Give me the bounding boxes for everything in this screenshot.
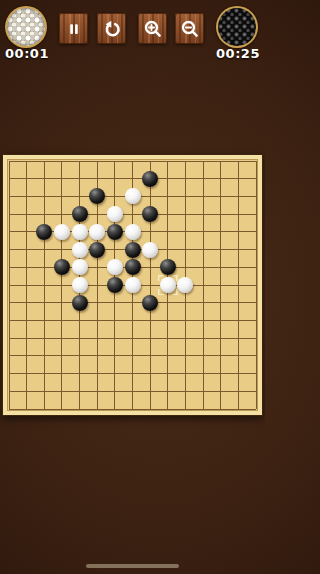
- grid-line-horizontal: [9, 391, 256, 392]
- stone-white: [142, 242, 158, 258]
- zoom-out-icon: [180, 19, 200, 39]
- stone-white: [72, 259, 88, 275]
- grid-line-vertical: [150, 161, 151, 409]
- stone-white: [125, 277, 141, 293]
- stone-white: [89, 224, 105, 240]
- stone-black: [89, 188, 105, 204]
- pause-button[interactable]: [59, 13, 88, 44]
- stone-white: [72, 277, 88, 293]
- stone-black: [142, 206, 158, 222]
- stone-black: [125, 242, 141, 258]
- undo-icon: [102, 19, 122, 39]
- stone-black: [72, 295, 88, 311]
- stone-white: [107, 259, 123, 275]
- home-indicator[interactable]: [86, 564, 179, 568]
- gomoku-board[interactable]: [2, 154, 263, 416]
- zoom-out-button[interactable]: [175, 13, 204, 44]
- grid-line-horizontal: [9, 355, 256, 356]
- zoom-in-button[interactable]: [138, 13, 167, 44]
- board-grid: [9, 161, 256, 409]
- stone-white: [54, 224, 70, 240]
- pause-icon: [65, 20, 83, 38]
- stone-black: [160, 259, 176, 275]
- grid-line-horizontal: [9, 302, 256, 303]
- stone-white: [125, 224, 141, 240]
- stone-white: [177, 277, 193, 293]
- stone-white: [72, 224, 88, 240]
- undo-button[interactable]: [97, 13, 126, 44]
- stone-black: [142, 171, 158, 187]
- stone-black: [54, 259, 70, 275]
- white-player-timer: 00:01: [0, 46, 54, 61]
- black-player-avatar: [218, 8, 256, 46]
- grid-line-horizontal: [9, 409, 256, 410]
- grid-line-horizontal: [9, 320, 256, 321]
- stone-white: [72, 242, 88, 258]
- stone-black: [72, 206, 88, 222]
- black-player-timer: 00:25: [211, 46, 265, 61]
- stone-black: [142, 295, 158, 311]
- white-player-avatar: [7, 8, 45, 46]
- stone-black: [36, 224, 52, 240]
- stone-black: [89, 242, 105, 258]
- stone-black: [107, 277, 123, 293]
- grid-line-vertical: [238, 161, 239, 409]
- grid-line-horizontal: [9, 373, 256, 374]
- grid-line-horizontal: [9, 338, 256, 339]
- zoom-in-icon: [143, 19, 163, 39]
- stone-white: [160, 277, 176, 293]
- grid-line-vertical: [220, 161, 221, 409]
- grid-line-vertical: [203, 161, 204, 409]
- stone-black: [107, 224, 123, 240]
- stone-white: [125, 188, 141, 204]
- stone-white: [107, 206, 123, 222]
- stone-black: [125, 259, 141, 275]
- grid-line-vertical: [256, 161, 257, 409]
